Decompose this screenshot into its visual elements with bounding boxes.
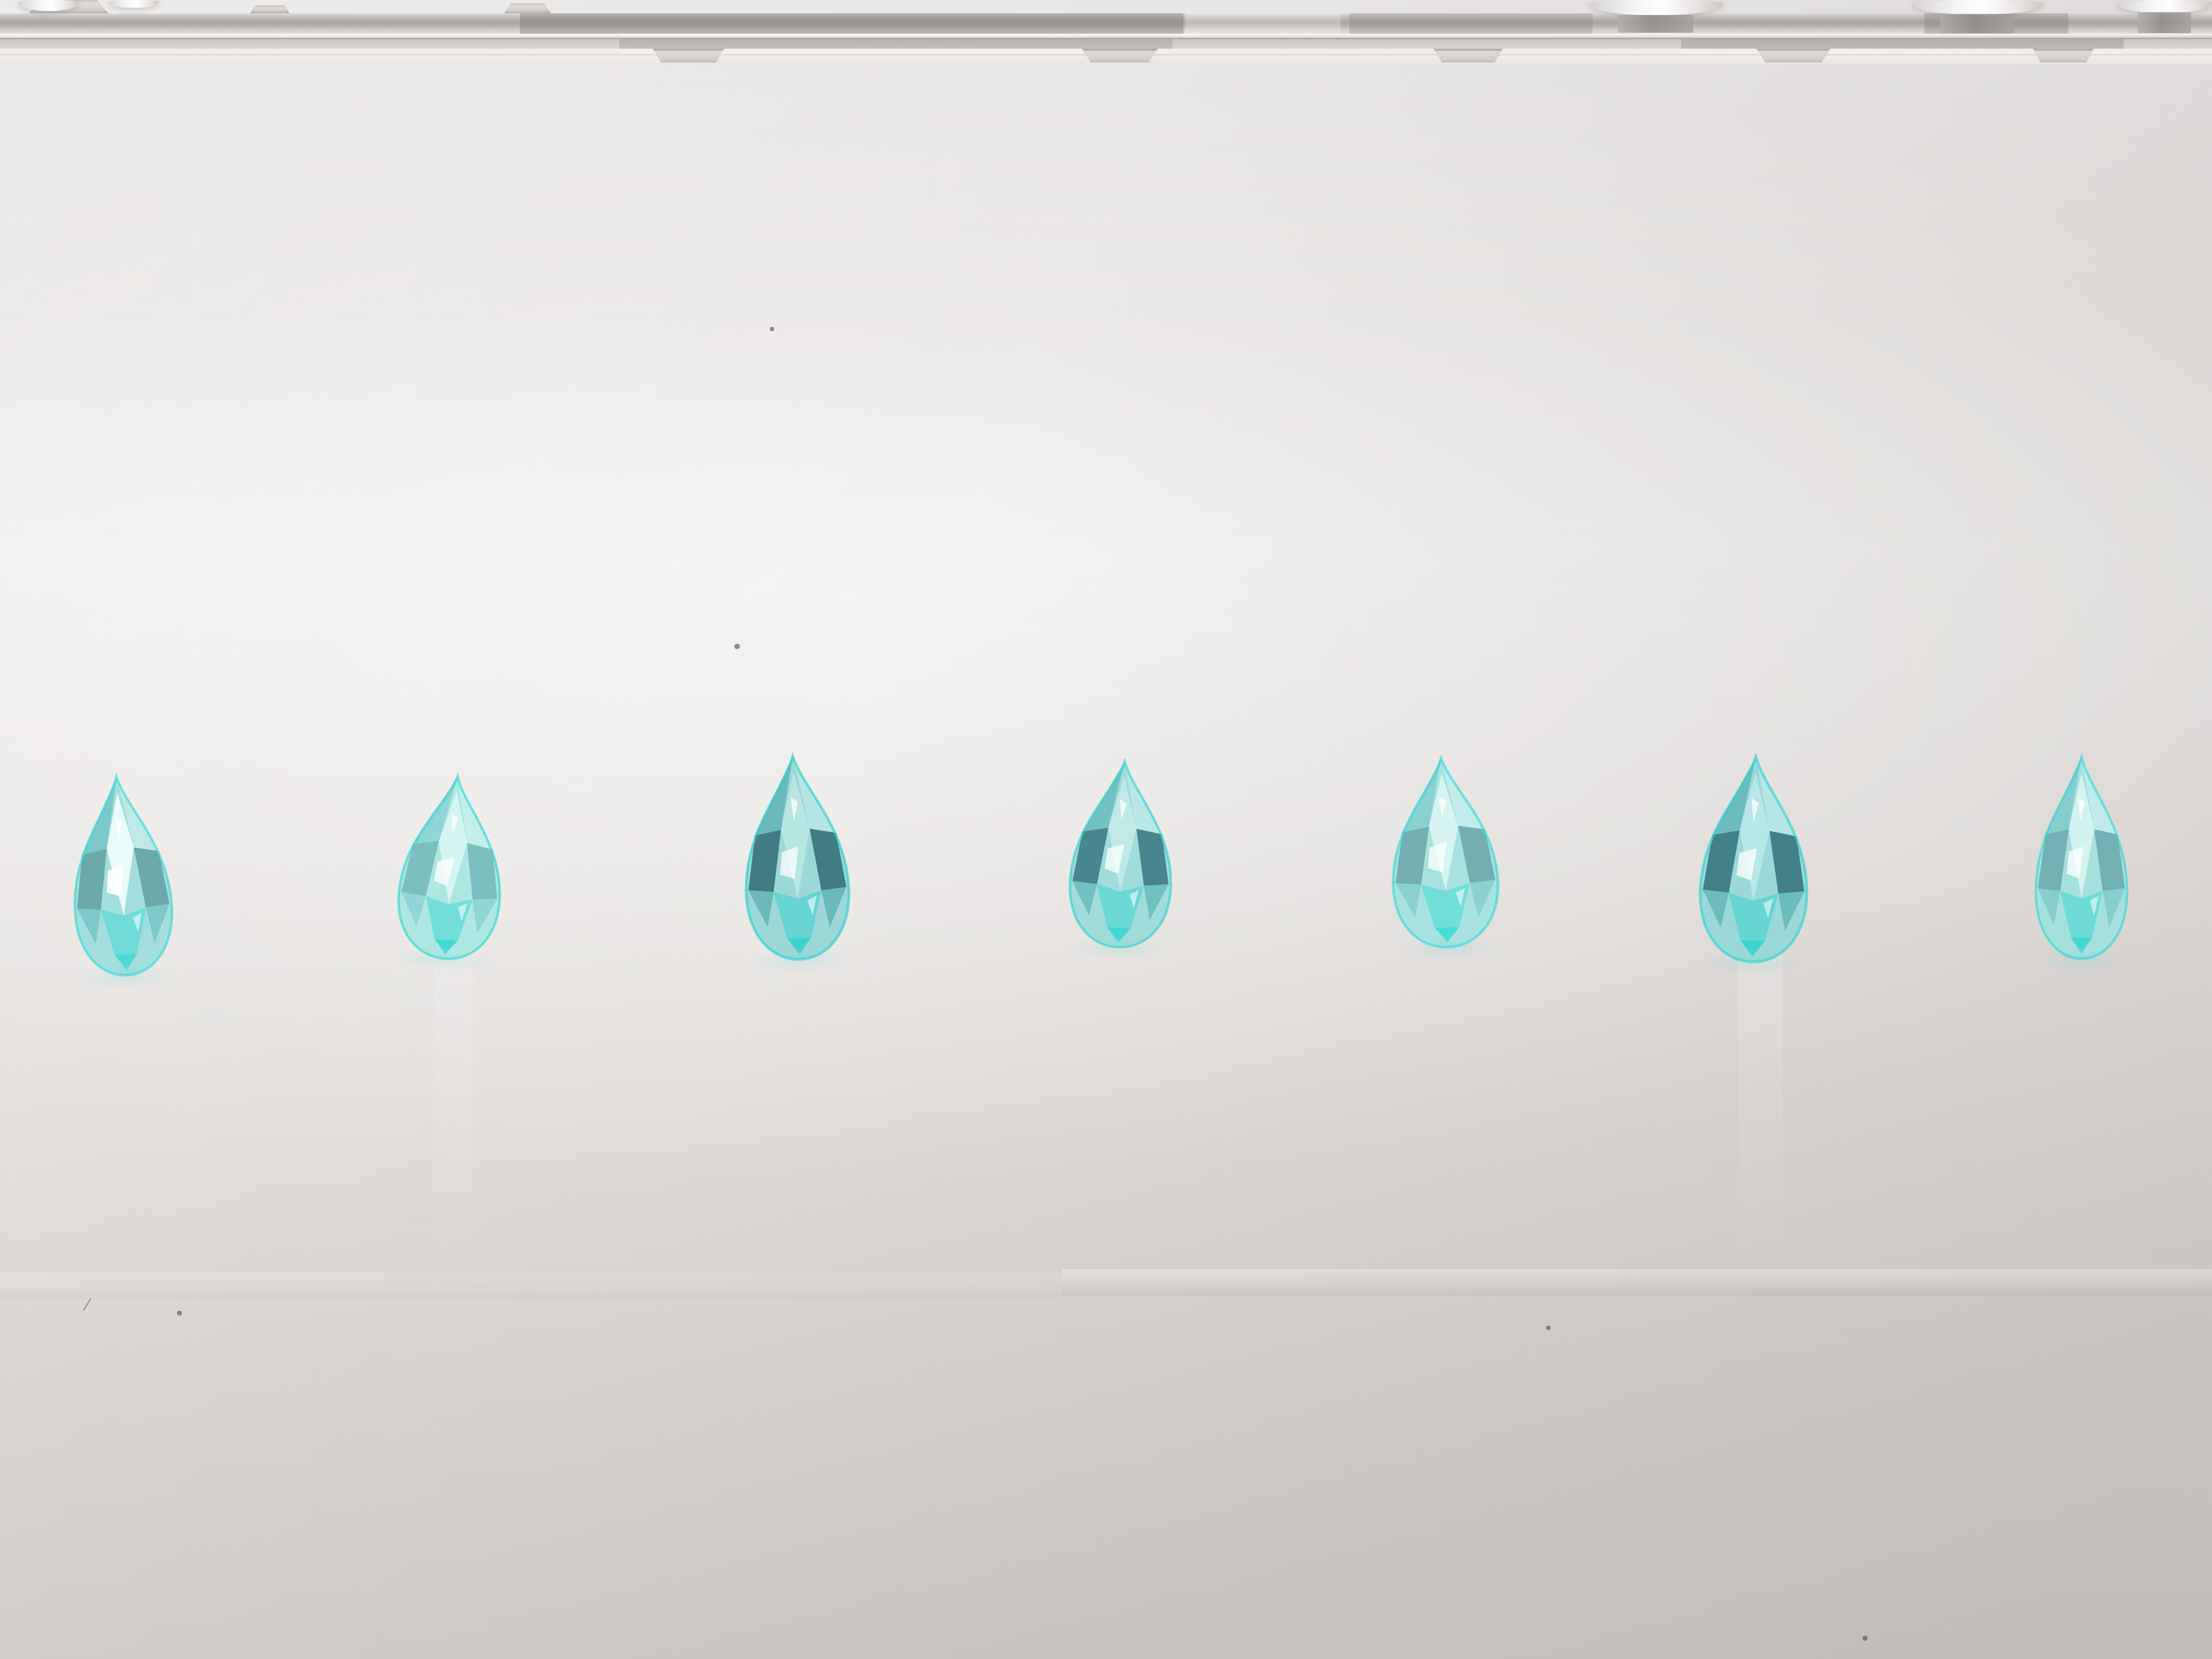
case-hinge-knob [2117,0,2212,13]
case-latch-foot [1433,49,1503,62]
gem-2 [386,769,516,966]
dust-speck [1546,1326,1551,1330]
case-floor-edge [1062,1269,2212,1296]
case-floor-edge [0,1272,1062,1299]
pear-gem-svg [60,770,183,982]
pear-gem-svg [1380,753,1509,952]
pear-gem-svg [2028,753,2135,962]
pear-gem-svg [1060,756,1183,952]
pear-gem-svg [1691,752,1818,967]
dust-speck [734,644,740,649]
pear-gem-svg [733,750,859,965]
case-hinge-knob [1911,0,2044,15]
acrylic-case-lid [0,0,2212,325]
case-latch-foot [1756,49,1830,62]
gem-3 [733,750,859,965]
reflection-glint [434,946,473,1277]
case-hinge-knob-stem [2138,12,2191,33]
dust-speck [1863,1636,1867,1641]
case-hinge-knob-stem [1940,14,2015,33]
case-hinge-tab [250,5,290,13]
gem-7 [2028,753,2135,962]
photo-stage [0,0,2212,1659]
dust-speck [177,1311,182,1316]
case-latch-foot [1082,49,1158,62]
case-latch-foot [2033,49,2094,62]
case-latch-foot [653,49,724,62]
case-hinge-knob-stem [1618,15,1694,33]
case-hinge-tab [504,3,551,14]
hinge-bar-segment [1349,13,1593,33]
case-hinge-bar-upper [0,13,2212,33]
reflection-glint [1739,954,1783,1269]
gem-6 [1691,752,1818,967]
hinge-bar-segment [520,13,1183,33]
pear-gem-svg [386,769,516,966]
case-hinge-knob [108,0,159,8]
gem-4 [1060,756,1183,952]
gem-1 [60,770,183,982]
dust-speck [770,327,774,331]
gem-5 [1380,753,1509,952]
hinge-bar-segment [1186,13,1340,33]
